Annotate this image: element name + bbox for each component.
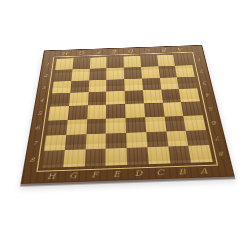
square-d6 xyxy=(125,117,145,132)
square-b3 xyxy=(159,77,179,90)
square-g5 xyxy=(67,105,87,119)
square-c7 xyxy=(146,131,168,147)
square-c8 xyxy=(147,147,170,164)
square-c5 xyxy=(144,103,164,117)
square-h1 xyxy=(55,58,73,70)
square-e7 xyxy=(106,132,127,148)
chess-board: HGFEDCBA HGFEDCBA 12345678 12345678 xyxy=(21,45,235,184)
square-e4 xyxy=(106,91,125,105)
square-b6 xyxy=(164,116,186,131)
square-a5 xyxy=(181,101,203,115)
square-f2 xyxy=(89,68,107,80)
square-g8 xyxy=(63,150,85,168)
board-grid xyxy=(42,54,213,168)
file-label: C xyxy=(149,167,172,178)
square-d2 xyxy=(124,67,142,79)
square-c2 xyxy=(141,66,160,78)
square-c4 xyxy=(143,90,163,104)
square-d3 xyxy=(124,78,143,91)
square-g6 xyxy=(66,119,87,134)
square-c3 xyxy=(142,78,161,91)
square-c1 xyxy=(140,55,158,66)
square-d8 xyxy=(127,147,149,165)
square-a4 xyxy=(179,89,200,103)
square-a1 xyxy=(173,54,192,65)
square-h8 xyxy=(42,150,65,168)
square-d7 xyxy=(126,132,147,148)
file-label: E xyxy=(106,169,128,180)
square-b4 xyxy=(161,89,181,103)
square-b5 xyxy=(162,102,183,116)
square-d1 xyxy=(123,56,141,67)
square-f3 xyxy=(88,79,106,92)
square-a6 xyxy=(183,115,205,130)
file-label: F xyxy=(84,169,106,180)
square-a8 xyxy=(189,145,213,162)
square-g7 xyxy=(65,134,86,150)
square-g3 xyxy=(70,80,89,93)
square-f5 xyxy=(87,105,106,119)
product-photo-canvas: HGFEDCBA HGFEDCBA 12345678 12345678 xyxy=(0,0,250,250)
square-f6 xyxy=(86,118,106,133)
file-label: G xyxy=(62,170,85,181)
square-e1 xyxy=(107,57,124,68)
file-label: D xyxy=(127,168,149,179)
square-c6 xyxy=(145,116,166,131)
square-b1 xyxy=(157,55,175,66)
square-h7 xyxy=(44,135,66,151)
square-f8 xyxy=(84,149,106,167)
square-e6 xyxy=(106,118,126,133)
file-label: A xyxy=(192,166,216,177)
file-label: B xyxy=(170,166,193,177)
square-g4 xyxy=(69,92,88,106)
square-f1 xyxy=(89,57,106,68)
square-h2 xyxy=(54,69,73,81)
square-d4 xyxy=(125,90,144,104)
file-label: H xyxy=(40,171,63,182)
square-a2 xyxy=(175,65,195,77)
square-b2 xyxy=(158,66,177,78)
square-b7 xyxy=(166,130,189,146)
square-h6 xyxy=(46,120,67,135)
square-a7 xyxy=(186,130,209,146)
square-h5 xyxy=(48,106,69,121)
square-e2 xyxy=(106,67,124,79)
square-f4 xyxy=(88,92,107,106)
square-g1 xyxy=(72,58,90,69)
square-d5 xyxy=(125,103,145,117)
square-h3 xyxy=(52,81,71,94)
square-e8 xyxy=(106,148,127,166)
square-f7 xyxy=(85,133,106,149)
square-b8 xyxy=(168,146,191,163)
square-e3 xyxy=(106,79,124,92)
square-h4 xyxy=(50,93,70,107)
square-g2 xyxy=(71,69,89,81)
square-e5 xyxy=(106,104,125,118)
square-a3 xyxy=(177,76,197,89)
